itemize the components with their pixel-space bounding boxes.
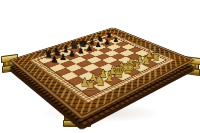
chess-set-product-photo: ♜♞♝♛♚♝♞♜♟♟♟♟♟♟♟♟♟♟♟♟♟♟♟♟♜♞♝♛♚♝♞♜ (0, 0, 200, 133)
